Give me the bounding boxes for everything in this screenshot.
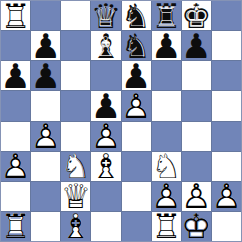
square-b4[interactable]: ♟♙ — [31, 122, 60, 151]
piece-white-rook[interactable]: ♜♖ — [152, 212, 181, 241]
bishop-outline-glyph: ♗ — [94, 34, 117, 57]
pawn-fill-glyph: ♟ — [31, 31, 60, 60]
pawn-fill-glyph: ♟ — [182, 31, 211, 60]
rook-fill-glyph: ♜ — [1, 1, 30, 30]
king-fill-glyph: ♚ — [182, 1, 211, 30]
square-e7[interactable]: ♞♘ — [122, 31, 151, 60]
pawn-fill-glyph: ♟ — [1, 61, 30, 90]
square-d1[interactable] — [91, 212, 120, 241]
square-f2[interactable]: ♟♙ — [152, 182, 181, 211]
square-c6[interactable] — [61, 61, 90, 90]
piece-white-king[interactable]: ♚♔ — [182, 212, 211, 241]
square-f7[interactable]: ♟♙ — [152, 31, 181, 60]
knight-outline-glyph: ♘ — [124, 34, 147, 57]
bishop-outline-glyph: ♗ — [61, 212, 90, 241]
square-a7[interactable] — [1, 31, 30, 60]
knight-fill-glyph: ♞ — [152, 152, 181, 181]
pawn-fill-glyph: ♟ — [182, 182, 211, 211]
square-g4[interactable] — [182, 122, 211, 151]
square-c3[interactable]: ♞♘ — [61, 152, 90, 181]
rook-fill-glyph: ♜ — [152, 1, 181, 30]
piece-black-pawn[interactable]: ♟♙ — [91, 91, 120, 120]
piece-white-queen[interactable]: ♛♕ — [61, 182, 90, 211]
pawn-outline-glyph: ♙ — [122, 91, 151, 120]
square-h6[interactable] — [212, 61, 241, 90]
pawn-fill-glyph: ♟ — [91, 91, 120, 120]
piece-black-pawn[interactable]: ♟♙ — [182, 31, 211, 60]
square-a5[interactable] — [1, 91, 30, 120]
piece-black-pawn[interactable]: ♟♙ — [31, 31, 60, 60]
rook-outline-glyph: ♖ — [155, 4, 178, 27]
square-c7[interactable] — [61, 31, 90, 60]
square-g7[interactable]: ♟♙ — [182, 31, 211, 60]
square-f5[interactable] — [152, 91, 181, 120]
pawn-fill-glyph: ♟ — [122, 61, 151, 90]
square-c2[interactable]: ♛♕ — [61, 182, 90, 211]
square-g3[interactable] — [182, 152, 211, 181]
pawn-outline-glyph: ♙ — [182, 182, 211, 211]
piece-black-king[interactable]: ♚♔ — [182, 1, 211, 30]
square-a8[interactable]: ♜♖ — [1, 1, 30, 30]
square-b2[interactable] — [31, 182, 60, 211]
piece-black-pawn[interactable]: ♟♙ — [152, 31, 181, 60]
piece-white-pawn[interactable]: ♟♙ — [212, 182, 241, 211]
piece-white-knight[interactable]: ♞♘ — [61, 152, 90, 181]
pawn-outline-glyph: ♙ — [91, 122, 120, 151]
knight-fill-glyph: ♞ — [122, 1, 151, 30]
square-b3[interactable] — [31, 152, 60, 181]
pawn-fill-glyph: ♟ — [152, 31, 181, 60]
square-b5[interactable] — [31, 91, 60, 120]
square-d2[interactable] — [91, 182, 120, 211]
piece-black-pawn[interactable]: ♟♙ — [122, 61, 151, 90]
pawn-outline-glyph: ♙ — [31, 122, 60, 151]
knight-fill-glyph: ♞ — [61, 152, 90, 181]
square-d3[interactable]: ♝♗ — [91, 152, 120, 181]
piece-white-rook[interactable]: ♜♖ — [1, 212, 30, 241]
square-e3[interactable] — [122, 152, 151, 181]
knight-outline-glyph: ♘ — [61, 152, 90, 181]
king-outline-glyph: ♔ — [185, 4, 208, 27]
square-c1[interactable]: ♝♗ — [61, 212, 90, 241]
square-f6[interactable] — [152, 61, 181, 90]
piece-black-queen[interactable]: ♛♕ — [91, 1, 120, 30]
piece-black-knight[interactable]: ♞♘ — [122, 1, 151, 30]
piece-white-pawn[interactable]: ♟♙ — [122, 91, 151, 120]
square-c4[interactable] — [61, 122, 90, 151]
piece-white-pawn[interactable]: ♟♙ — [182, 182, 211, 211]
piece-white-knight[interactable]: ♞♘ — [152, 152, 181, 181]
pawn-fill-glyph: ♟ — [1, 152, 30, 181]
bishop-outline-glyph: ♗ — [91, 152, 120, 181]
knight-fill-glyph: ♞ — [122, 31, 151, 60]
square-a4[interactable] — [1, 122, 30, 151]
rook-outline-glyph: ♖ — [1, 212, 30, 241]
pawn-fill-glyph: ♟ — [122, 91, 151, 120]
pawn-fill-glyph: ♟ — [31, 61, 60, 90]
square-d5[interactable]: ♟♙ — [91, 91, 120, 120]
square-a1[interactable]: ♜♖ — [1, 212, 30, 241]
pawn-fill-glyph: ♟ — [31, 122, 60, 151]
square-c8[interactable] — [61, 1, 90, 30]
piece-black-pawn[interactable]: ♟♙ — [1, 61, 30, 90]
bishop-fill-glyph: ♝ — [91, 31, 120, 60]
square-e6[interactable]: ♟♙ — [122, 61, 151, 90]
square-e5[interactable]: ♟♙ — [122, 91, 151, 120]
square-b8[interactable] — [31, 1, 60, 30]
square-e2[interactable] — [122, 182, 151, 211]
pawn-fill-glyph: ♟ — [91, 122, 120, 151]
queen-outline-glyph: ♕ — [61, 182, 90, 211]
piece-black-pawn[interactable]: ♟♙ — [31, 61, 60, 90]
square-f8[interactable]: ♜♖ — [152, 1, 181, 30]
rook-outline-glyph: ♖ — [1, 1, 30, 30]
chess-board: ♜♖♛♕♞♘♜♖♚♔♟♙♝♗♞♘♟♙♟♙♟♙♟♙♟♙♟♙♟♙♟♙♟♙♟♙♞♘♝♗… — [0, 0, 242, 242]
square-h4[interactable] — [212, 122, 241, 151]
queen-outline-glyph: ♕ — [94, 4, 117, 27]
square-d8[interactable]: ♛♕ — [91, 1, 120, 30]
square-g6[interactable] — [182, 61, 211, 90]
square-a3[interactable]: ♟♙ — [1, 152, 30, 181]
square-g5[interactable] — [182, 91, 211, 120]
square-h2[interactable]: ♟♙ — [212, 182, 241, 211]
square-d6[interactable] — [91, 61, 120, 90]
square-f4[interactable] — [152, 122, 181, 151]
square-e4[interactable] — [122, 122, 151, 151]
rook-fill-glyph: ♜ — [152, 212, 181, 241]
square-a6[interactable]: ♟♙ — [1, 61, 30, 90]
piece-black-knight[interactable]: ♞♘ — [122, 31, 151, 60]
knight-outline-glyph: ♘ — [124, 4, 147, 27]
square-f3[interactable]: ♞♘ — [152, 152, 181, 181]
piece-white-pawn[interactable]: ♟♙ — [91, 122, 120, 151]
rook-outline-glyph: ♖ — [152, 212, 181, 241]
pawn-outline-glyph: ♙ — [152, 182, 181, 211]
piece-white-bishop[interactable]: ♝♗ — [91, 152, 120, 181]
square-g1[interactable]: ♚♔ — [182, 212, 211, 241]
king-fill-glyph: ♚ — [182, 212, 211, 241]
square-c5[interactable] — [61, 91, 90, 120]
piece-white-pawn[interactable]: ♟♙ — [31, 122, 60, 151]
pawn-outline-glyph: ♙ — [1, 152, 30, 181]
queen-fill-glyph: ♛ — [91, 1, 120, 30]
square-e1[interactable] — [122, 212, 151, 241]
piece-black-rook[interactable]: ♜♖ — [152, 1, 181, 30]
bishop-fill-glyph: ♝ — [91, 152, 120, 181]
piece-white-pawn[interactable]: ♟♙ — [152, 182, 181, 211]
square-f1[interactable]: ♜♖ — [152, 212, 181, 241]
pawn-fill-glyph: ♟ — [152, 182, 181, 211]
square-h3[interactable] — [212, 152, 241, 181]
square-a2[interactable] — [1, 182, 30, 211]
square-d4[interactable]: ♟♙ — [91, 122, 120, 151]
square-h7[interactable] — [212, 31, 241, 60]
square-h8[interactable] — [212, 1, 241, 30]
bishop-fill-glyph: ♝ — [61, 212, 90, 241]
pawn-outline-glyph: ♙ — [212, 182, 241, 211]
piece-white-rook[interactable]: ♜♖ — [1, 1, 30, 30]
square-e8[interactable]: ♞♘ — [122, 1, 151, 30]
pawn-fill-glyph: ♟ — [212, 182, 241, 211]
square-g8[interactable]: ♚♔ — [182, 1, 211, 30]
piece-white-bishop[interactable]: ♝♗ — [61, 212, 90, 241]
piece-black-bishop[interactable]: ♝♗ — [91, 31, 120, 60]
square-g2[interactable]: ♟♙ — [182, 182, 211, 211]
king-outline-glyph: ♔ — [182, 212, 211, 241]
knight-outline-glyph: ♘ — [152, 152, 181, 181]
square-h5[interactable] — [212, 91, 241, 120]
rook-fill-glyph: ♜ — [1, 212, 30, 241]
piece-white-pawn[interactable]: ♟♙ — [1, 152, 30, 181]
square-b7[interactable]: ♟♙ — [31, 31, 60, 60]
square-d7[interactable]: ♝♗ — [91, 31, 120, 60]
square-b6[interactable]: ♟♙ — [31, 61, 60, 90]
queen-fill-glyph: ♛ — [61, 182, 90, 211]
square-b1[interactable] — [31, 212, 60, 241]
square-h1[interactable] — [212, 212, 241, 241]
